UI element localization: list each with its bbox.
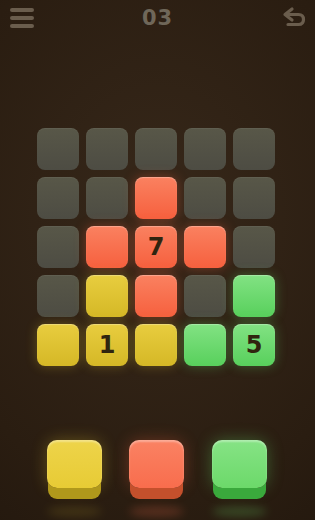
palette-reflection-green xyxy=(212,506,267,517)
cell-r4c1-yellow[interactable]: 1 xyxy=(86,324,128,366)
cell-r2c1-orange[interactable] xyxy=(86,226,128,268)
cell-r4c0-yellow[interactable] xyxy=(37,324,79,366)
cell-r2c2-orange[interactable]: 7 xyxy=(135,226,177,268)
tile-number: 5 xyxy=(246,331,263,359)
cell-r4c3-green[interactable] xyxy=(184,324,226,366)
cell-r4c4-green[interactable]: 5 xyxy=(233,324,275,366)
cell-r1c3-dark xyxy=(184,177,226,219)
palette-tile-orange[interactable] xyxy=(129,440,184,488)
top-bar: 03 xyxy=(0,0,315,40)
cell-r0c0-dark xyxy=(37,128,79,170)
cell-r3c1-yellow[interactable] xyxy=(86,275,128,317)
palette-tile-green[interactable] xyxy=(212,440,267,488)
cell-r3c2-orange[interactable] xyxy=(135,275,177,317)
game-screen: 03 715 xyxy=(0,0,315,520)
level-number: 03 xyxy=(0,6,315,30)
cell-r1c2-orange[interactable] xyxy=(135,177,177,219)
cell-r0c2-dark xyxy=(135,128,177,170)
cell-r1c1-dark xyxy=(86,177,128,219)
cell-r4c2-yellow[interactable] xyxy=(135,324,177,366)
palette-reflection-orange xyxy=(129,506,184,517)
cell-r2c3-orange[interactable] xyxy=(184,226,226,268)
board-grid: 715 xyxy=(37,128,275,366)
cell-r2c4-dark xyxy=(233,226,275,268)
palette-tile-yellow[interactable] xyxy=(47,440,102,488)
undo-arrow-icon[interactable] xyxy=(280,5,308,31)
cell-r3c3-dark xyxy=(184,275,226,317)
cell-r3c0-dark xyxy=(37,275,79,317)
cell-r1c4-dark xyxy=(233,177,275,219)
cell-r0c4-dark xyxy=(233,128,275,170)
tile-number: 7 xyxy=(148,233,165,261)
cell-r0c3-dark xyxy=(184,128,226,170)
cell-r3c4-green[interactable] xyxy=(233,275,275,317)
cell-r1c0-dark xyxy=(37,177,79,219)
cell-r0c1-dark xyxy=(86,128,128,170)
palette-reflection-yellow xyxy=(47,506,102,517)
tile-number: 1 xyxy=(99,331,116,359)
cell-r2c0-dark xyxy=(37,226,79,268)
